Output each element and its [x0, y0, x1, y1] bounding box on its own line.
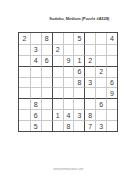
cell-r7c3: [41, 98, 52, 109]
cell-r3c7: 2: [84, 55, 95, 66]
cell-r3c4: [52, 55, 63, 66]
footer: www.printmysudoku.com: [0, 161, 136, 176]
cell-r3c6: 1: [73, 55, 84, 66]
footer-url: www.printmysudoku.com: [53, 168, 83, 171]
page: { "game": "sudoku", "position": "2.8..5.…: [0, 0, 136, 176]
cell-r5c5: [63, 77, 74, 88]
cell-r6c8: [95, 87, 106, 98]
cell-r5c6: 8: [73, 77, 84, 88]
cell-r2c9: [106, 44, 117, 55]
cell-r3c8: [95, 55, 106, 66]
cell-r9c4: [52, 120, 63, 131]
cell-r2c3: [41, 44, 52, 55]
cell-r9c8: 3: [95, 120, 106, 131]
cell-r3c1: [19, 55, 30, 66]
cell-r7c8: 6: [95, 98, 106, 109]
cell-r5c8: [95, 77, 106, 88]
cell-r8c6: 3: [73, 109, 84, 120]
cell-r9c3: [41, 120, 52, 131]
cell-r2c4: 2: [52, 44, 63, 55]
cell-r5c4: [52, 77, 63, 88]
cell-r8c3: [41, 109, 52, 120]
cell-r7c4: [52, 98, 63, 109]
cell-r4c7: [84, 66, 95, 77]
cell-r6c6: [73, 87, 84, 98]
cell-r8c7: 8: [84, 109, 95, 120]
cell-r7c5: [63, 98, 74, 109]
cell-r7c6: [73, 98, 84, 109]
cell-r4c5: [63, 66, 74, 77]
cell-r9c9: [106, 120, 117, 131]
cell-r6c4: [52, 87, 63, 98]
cell-r2c7: [84, 44, 95, 55]
cell-r2c8: [95, 44, 106, 55]
cell-r8c2: 6: [30, 109, 41, 120]
cell-r2c2: 3: [30, 44, 41, 55]
cell-r8c5: 4: [63, 109, 74, 120]
cell-r9c1: [19, 120, 30, 131]
cell-r5c2: [30, 77, 41, 88]
cell-r8c8: [95, 109, 106, 120]
puzzle-title: Sudoku, Medium (Puzzle #A528): [0, 12, 136, 30]
cell-r3c3: 6: [41, 55, 52, 66]
cell-r3c5: 9: [63, 55, 74, 66]
cell-r5c9: 6: [106, 77, 117, 88]
cell-r4c4: [52, 66, 63, 77]
cell-r1c2: [30, 33, 41, 44]
cell-r4c2: [30, 66, 41, 77]
cell-r5c1: [19, 77, 30, 88]
cell-r1c1: 2: [19, 33, 30, 44]
cell-r3c2: 4: [30, 55, 41, 66]
cell-r2c6: [73, 44, 84, 55]
cell-r4c6: 6: [73, 66, 84, 77]
cell-r7c1: [19, 98, 30, 109]
cell-r5c7: 3: [84, 77, 95, 88]
cell-r4c9: [106, 66, 117, 77]
cell-r1c7: [84, 33, 95, 44]
cell-r4c3: [41, 66, 52, 77]
cell-r6c3: [41, 87, 52, 98]
cell-r8c1: [19, 109, 30, 120]
cell-r2c1: [19, 44, 30, 55]
cell-r9c2: 5: [30, 120, 41, 131]
cell-r3c9: [106, 55, 117, 66]
cell-r6c9: 9: [106, 87, 117, 98]
cell-r8c4: 1: [52, 109, 63, 120]
cell-r7c7: [84, 98, 95, 109]
cell-r6c1: [19, 87, 30, 98]
cell-r4c8: 2: [95, 66, 106, 77]
cell-r4c1: [19, 66, 30, 77]
cell-r6c2: [30, 87, 41, 98]
cell-r9c7: 7: [84, 120, 95, 131]
cell-r9c5: 8: [63, 120, 74, 131]
cell-r6c7: [84, 87, 95, 98]
cell-r9c6: [73, 120, 84, 131]
cell-r2c5: [63, 44, 74, 55]
cell-r5c3: [41, 77, 52, 88]
cell-r7c2: 8: [30, 98, 41, 109]
puzzle-title-text: Sudoku, Medium (Puzzle #A528): [49, 17, 109, 21]
cell-r8c9: [106, 109, 117, 120]
cell-r1c5: [63, 33, 74, 44]
cell-r1c8: [95, 33, 106, 44]
cell-r1c9: 4: [106, 33, 117, 44]
cell-r7c9: [106, 98, 117, 109]
cell-r6c5: [63, 87, 74, 98]
sudoku-grid: 2854324691262836986614385873: [18, 32, 118, 132]
cell-r1c6: 5: [73, 33, 84, 44]
cell-r1c4: [52, 33, 63, 44]
cell-r1c3: 8: [41, 33, 52, 44]
